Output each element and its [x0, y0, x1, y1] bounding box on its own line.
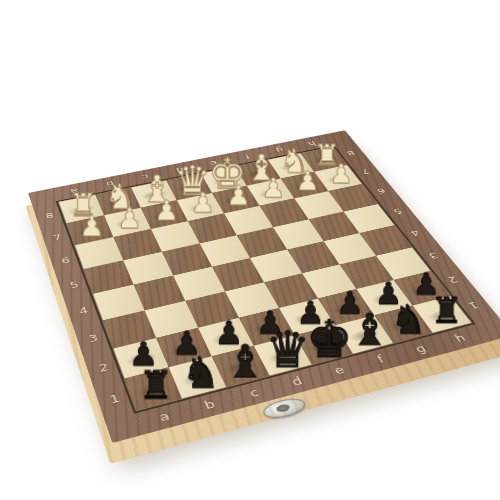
- piece-black-knight-b1: ♞: [182, 351, 220, 394]
- piece-black-rook-a1: ♜: [139, 365, 174, 404]
- photo-scene: abcdefgh abcdefgh 87654321 87654321 ♜♞♝♛…: [0, 0, 500, 500]
- product-photo: abcdefgh abcdefgh 87654321 87654321 ♜♞♝♛…: [0, 0, 500, 500]
- piece-black-bishop-c1: ♝: [224, 338, 265, 384]
- piece-white-pawn-c7: ♟: [154, 197, 179, 225]
- piece-black-rook-h1: ♜: [431, 292, 463, 328]
- piece-white-pawn-d7: ♟: [191, 189, 216, 216]
- piece-white-pawn-g7: ♟: [296, 168, 320, 195]
- piece-white-pawn-b7: ♟: [117, 205, 142, 233]
- piece-black-knight-g1: ♞: [391, 299, 427, 339]
- piece-white-pawn-a7: ♟: [79, 212, 104, 240]
- piece-white-pawn-e7: ♟: [226, 182, 250, 209]
- piece-white-pawn-f7: ♟: [261, 175, 285, 202]
- chess-board: abcdefgh abcdefgh 87654321 87654321 ♜♞♝♛…: [28, 130, 500, 443]
- board-surface: abcdefgh abcdefgh 87654321 87654321 ♜♞♝♛…: [28, 130, 500, 443]
- piece-black-bishop-f1: ♝: [350, 307, 390, 351]
